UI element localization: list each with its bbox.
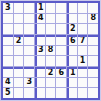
cell-r2c4[interactable]: 4	[35, 14, 45, 24]
cell-r1c8[interactable]	[78, 3, 88, 13]
cell-r3c4[interactable]	[35, 24, 45, 34]
cell-r3c3[interactable]	[24, 24, 34, 34]
cell-r9c9[interactable]	[88, 88, 98, 98]
cell-r4c9[interactable]	[88, 35, 98, 45]
cell-r2c1[interactable]	[3, 14, 13, 24]
cell-r2c8[interactable]	[78, 14, 88, 24]
cell-r6c7[interactable]	[67, 56, 77, 66]
cell-r2c2[interactable]	[14, 14, 24, 24]
cell-r1c7[interactable]	[67, 3, 77, 13]
cell-r4c8[interactable]: 7	[78, 35, 88, 45]
cell-r6c1[interactable]	[3, 56, 13, 66]
cell-r1c2[interactable]	[14, 3, 24, 13]
cell-r3c5[interactable]	[46, 24, 56, 34]
cell-r4c7[interactable]: 6	[67, 35, 77, 45]
cell-r1c4[interactable]: 1	[35, 3, 45, 13]
cell-r1c5[interactable]	[46, 3, 56, 13]
cell-r7c7[interactable]: 1	[67, 67, 77, 77]
cell-r5c7[interactable]	[67, 46, 77, 56]
cell-r9c1[interactable]: 5	[3, 88, 13, 98]
cell-r7c9[interactable]	[88, 67, 98, 77]
cell-r5c5[interactable]: 8	[46, 46, 56, 56]
cell-r2c5[interactable]	[46, 14, 56, 24]
cell-r7c8[interactable]	[78, 67, 88, 77]
cell-r6c2[interactable]	[14, 56, 24, 66]
cell-r4c3[interactable]	[24, 35, 34, 45]
cell-r9c8[interactable]	[78, 88, 88, 98]
cell-r4c1[interactable]	[3, 35, 13, 45]
cell-r7c6[interactable]: 6	[56, 67, 66, 77]
cell-r4c6[interactable]	[56, 35, 66, 45]
cell-r3c1[interactable]	[3, 24, 13, 34]
cell-r9c2[interactable]	[14, 88, 24, 98]
cell-r6c3[interactable]	[24, 56, 34, 66]
sudoku-viewport: 31482267381261435	[0, 0, 101, 101]
cell-r8c8[interactable]	[78, 78, 88, 88]
cell-r5c9[interactable]	[88, 46, 98, 56]
cell-r9c6[interactable]	[56, 88, 66, 98]
cell-r8c3[interactable]: 3	[24, 78, 34, 88]
cell-r4c2[interactable]: 2	[14, 35, 24, 45]
cell-r8c2[interactable]	[14, 78, 24, 88]
cell-r5c3[interactable]	[24, 46, 34, 56]
cell-r1c6[interactable]	[56, 3, 66, 13]
cell-r4c5[interactable]	[46, 35, 56, 45]
cell-r9c3[interactable]	[24, 88, 34, 98]
cell-r8c5[interactable]	[46, 78, 56, 88]
cell-r8c7[interactable]	[67, 78, 77, 88]
cell-r6c6[interactable]	[56, 56, 66, 66]
cell-r6c4[interactable]	[35, 56, 45, 66]
cell-r9c7[interactable]	[67, 88, 77, 98]
cell-r3c8[interactable]	[78, 24, 88, 34]
cell-r7c5[interactable]: 2	[46, 67, 56, 77]
cell-r7c4[interactable]	[35, 67, 45, 77]
cell-r6c5[interactable]	[46, 56, 56, 66]
cell-r7c2[interactable]	[14, 67, 24, 77]
cell-r5c4[interactable]: 3	[35, 46, 45, 56]
cell-r2c9[interactable]: 8	[88, 14, 98, 24]
cell-r5c6[interactable]	[56, 46, 66, 56]
cell-r2c3[interactable]	[24, 14, 34, 24]
cell-r4c4[interactable]	[35, 35, 45, 45]
cell-r8c6[interactable]	[56, 78, 66, 88]
cell-r3c6[interactable]	[56, 24, 66, 34]
cell-r5c2[interactable]	[14, 46, 24, 56]
cell-r7c3[interactable]	[24, 67, 34, 77]
cell-r3c2[interactable]	[14, 24, 24, 34]
cell-r1c1[interactable]: 3	[3, 3, 13, 13]
cell-r8c9[interactable]	[88, 78, 98, 88]
cell-r6c8[interactable]: 1	[78, 56, 88, 66]
cell-r9c5[interactable]	[46, 88, 56, 98]
cell-r8c1[interactable]: 4	[3, 78, 13, 88]
cell-r5c8[interactable]	[78, 46, 88, 56]
cell-r7c1[interactable]	[3, 67, 13, 77]
cell-r2c6[interactable]	[56, 14, 66, 24]
cell-r8c4[interactable]	[35, 78, 45, 88]
cell-r9c4[interactable]	[35, 88, 45, 98]
sudoku-board: 31482267381261435	[1, 1, 100, 100]
cell-r3c7[interactable]: 2	[67, 24, 77, 34]
cell-r5c1[interactable]	[3, 46, 13, 56]
cell-r3c9[interactable]	[88, 24, 98, 34]
cell-r1c9[interactable]	[88, 3, 98, 13]
cell-r6c9[interactable]	[88, 56, 98, 66]
cell-r2c7[interactable]	[67, 14, 77, 24]
cell-r1c3[interactable]	[24, 3, 34, 13]
